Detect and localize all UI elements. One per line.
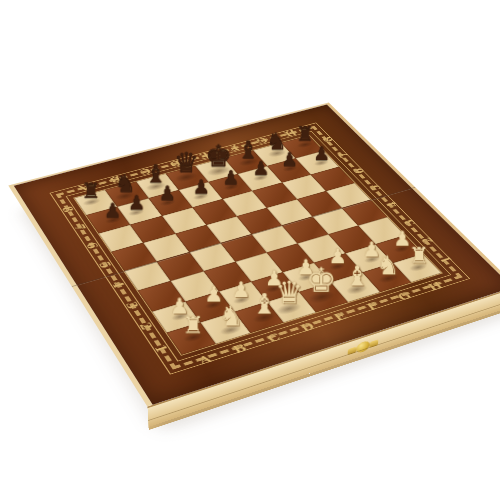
rank-label-right-6: 6 bbox=[349, 165, 370, 176]
knight-glyph: ♞ bbox=[212, 302, 249, 329]
pawn-glyph: ♟ bbox=[215, 168, 248, 187]
pawn-glyph: ♟ bbox=[245, 159, 277, 178]
file-label-near-G: G bbox=[393, 289, 416, 303]
playing-area: ♜♞♝♛♚♝♞♜♟♟♟♟♟♟♟♟♟♟♟♟♟♟♟♟♜♞♝♛♚♝♞♜ bbox=[73, 135, 443, 356]
file-label-near-H: H bbox=[424, 279, 447, 293]
photo-scene: ♜♞♝♛♚♝♞♜♟♟♟♟♟♟♟♟♟♟♟♟♟♟♟♟♜♞♝♛♚♝♞♜ AA88BB7… bbox=[0, 0, 500, 500]
rook-glyph: ♜ bbox=[401, 245, 436, 268]
pawn-glyph: ♟ bbox=[184, 177, 217, 196]
knight-glyph: ♞ bbox=[370, 252, 405, 278]
rank-label-right-5: 5 bbox=[365, 182, 386, 194]
rank-label-left-1: 1 bbox=[150, 341, 173, 356]
bishop-glyph: ♝ bbox=[246, 290, 283, 318]
file-label-near-A: A bbox=[193, 352, 217, 368]
chess-board: ♜♞♝♛♚♝♞♜♟♟♟♟♟♟♟♟♟♟♟♟♟♟♟♟♜♞♝♛♚♝♞♜ AA88BB7… bbox=[8, 102, 500, 406]
rank-label-left-5: 5 bbox=[94, 258, 115, 271]
pawn-glyph: ♟ bbox=[151, 183, 184, 202]
clasp-wing-right bbox=[370, 339, 379, 348]
clasp-body bbox=[356, 340, 370, 354]
pawn-glyph: ♟ bbox=[96, 200, 130, 220]
bishop-glyph: ♝ bbox=[339, 262, 375, 289]
file-label-near-D: D bbox=[296, 319, 319, 334]
rank-label-left-7: 7 bbox=[70, 221, 91, 234]
file-label-near-F: F bbox=[361, 299, 384, 313]
rank-label-left-6: 6 bbox=[82, 239, 103, 252]
rank-label-left-3: 3 bbox=[121, 298, 143, 312]
king-glyph: ♚ bbox=[303, 263, 339, 297]
file-label-near-E: E bbox=[328, 309, 351, 324]
board-frame: ♜♞♝♛♚♝♞♜♟♟♟♟♟♟♟♟♟♟♟♟♟♟♟♟♜♞♝♛♚♝♞♜ AA88BB7… bbox=[14, 104, 500, 404]
rank-label-left-4: 4 bbox=[108, 278, 130, 292]
clasp-wing-left bbox=[348, 347, 357, 356]
file-label-near-C: C bbox=[262, 330, 286, 345]
product-photo: ♜♞♝♛♚♝♞♜♟♟♟♟♟♟♟♟♟♟♟♟♟♟♟♟♜♞♝♛♚♝♞♜ AA88BB7… bbox=[0, 0, 500, 500]
rank-label-right-1: 1 bbox=[434, 253, 457, 266]
rook-glyph: ♜ bbox=[175, 313, 212, 337]
file-label-near-B: B bbox=[228, 341, 252, 356]
rank-label-left-2: 2 bbox=[135, 319, 158, 334]
pawn-glyph: ♟ bbox=[274, 150, 306, 169]
rank-label-right-4: 4 bbox=[381, 199, 402, 211]
rank-label-left-8: 8 bbox=[58, 203, 78, 215]
